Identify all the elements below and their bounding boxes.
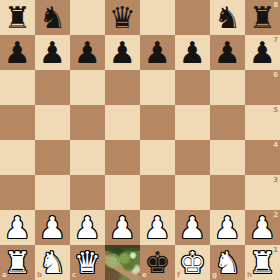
square-g4[interactable] bbox=[210, 140, 245, 175]
square-c7[interactable]: ♟ bbox=[70, 35, 105, 70]
square-c2[interactable]: ♟ bbox=[70, 210, 105, 245]
square-f1[interactable]: f♚ bbox=[175, 245, 210, 280]
square-a7[interactable]: ♟ bbox=[0, 35, 35, 70]
black-pawn-b7[interactable]: ♟ bbox=[35, 35, 70, 70]
black-pawn-e7[interactable]: ♟ bbox=[140, 35, 175, 70]
white-pawn-d2[interactable]: ♟ bbox=[105, 210, 140, 245]
black-knight-g8[interactable]: ♞ bbox=[210, 0, 245, 35]
white-pawn-f2[interactable]: ♟ bbox=[175, 210, 210, 245]
square-g3[interactable] bbox=[210, 175, 245, 210]
square-a2[interactable]: ♟ bbox=[0, 210, 35, 245]
square-d7[interactable]: ♟ bbox=[105, 35, 140, 70]
square-a3[interactable] bbox=[0, 175, 35, 210]
square-b2[interactable]: ♟ bbox=[35, 210, 70, 245]
square-d1[interactable]: d bbox=[105, 245, 140, 280]
square-e1[interactable]: e♚ bbox=[140, 245, 175, 280]
square-g6[interactable] bbox=[210, 70, 245, 105]
square-g5[interactable] bbox=[210, 105, 245, 140]
square-b1[interactable]: b♞ bbox=[35, 245, 70, 280]
square-g2[interactable]: ♟ bbox=[210, 210, 245, 245]
square-h2[interactable]: 2♟ bbox=[245, 210, 280, 245]
square-c6[interactable] bbox=[70, 70, 105, 105]
coordinate-rank-3: 3 bbox=[273, 176, 278, 184]
black-pawn-g7[interactable]: ♟ bbox=[210, 35, 245, 70]
square-h5[interactable]: 5 bbox=[245, 105, 280, 140]
square-e5[interactable] bbox=[140, 105, 175, 140]
square-d8[interactable]: ♛ bbox=[105, 0, 140, 35]
square-c5[interactable] bbox=[70, 105, 105, 140]
white-queen-c1[interactable]: ♛ bbox=[70, 245, 105, 280]
square-f4[interactable] bbox=[175, 140, 210, 175]
square-e4[interactable] bbox=[140, 140, 175, 175]
square-f3[interactable] bbox=[175, 175, 210, 210]
square-b8[interactable]: ♞ bbox=[35, 0, 70, 35]
square-h8[interactable]: 8♜ bbox=[245, 0, 280, 35]
white-pawn-c2[interactable]: ♟ bbox=[70, 210, 105, 245]
black-pawn-c7[interactable]: ♟ bbox=[70, 35, 105, 70]
square-e8[interactable] bbox=[140, 0, 175, 35]
square-f6[interactable] bbox=[175, 70, 210, 105]
coordinate-rank-6: 6 bbox=[273, 71, 278, 79]
chess-board: ♜♞♛♞8♜♟♟♟♟♟♟♟7♟6543♟♟♟♟♟♟♟2♟a♜b♞c♛de♚f♚g… bbox=[0, 0, 280, 280]
square-b5[interactable] bbox=[35, 105, 70, 140]
coordinate-rank-4: 4 bbox=[273, 141, 278, 149]
square-b3[interactable] bbox=[35, 175, 70, 210]
square-h7[interactable]: 7♟ bbox=[245, 35, 280, 70]
white-knight-g1[interactable]: ♞ bbox=[210, 245, 245, 280]
white-knight-b1[interactable]: ♞ bbox=[35, 245, 70, 280]
square-d4[interactable] bbox=[105, 140, 140, 175]
black-queen-d8[interactable]: ♛ bbox=[105, 0, 140, 35]
photo-tile-d1[interactable] bbox=[105, 245, 140, 280]
white-pawn-e2[interactable]: ♟ bbox=[140, 210, 175, 245]
square-e7[interactable]: ♟ bbox=[140, 35, 175, 70]
black-pawn-h7[interactable]: ♟ bbox=[245, 35, 280, 70]
square-a6[interactable] bbox=[0, 70, 35, 105]
white-rook-a1[interactable]: ♜ bbox=[0, 245, 35, 280]
square-b4[interactable] bbox=[35, 140, 70, 175]
black-rook-h8[interactable]: ♜ bbox=[245, 0, 280, 35]
black-knight-b8[interactable]: ♞ bbox=[35, 0, 70, 35]
square-e2[interactable]: ♟ bbox=[140, 210, 175, 245]
square-d6[interactable] bbox=[105, 70, 140, 105]
square-c4[interactable] bbox=[70, 140, 105, 175]
white-pawn-g2[interactable]: ♟ bbox=[210, 210, 245, 245]
square-b7[interactable]: ♟ bbox=[35, 35, 70, 70]
square-h3[interactable]: 3 bbox=[245, 175, 280, 210]
square-e6[interactable] bbox=[140, 70, 175, 105]
square-e3[interactable] bbox=[140, 175, 175, 210]
white-pawn-a2[interactable]: ♟ bbox=[0, 210, 35, 245]
square-c3[interactable] bbox=[70, 175, 105, 210]
square-d3[interactable] bbox=[105, 175, 140, 210]
square-f7[interactable]: ♟ bbox=[175, 35, 210, 70]
square-h1[interactable]: h1♜ bbox=[245, 245, 280, 280]
black-pawn-d7[interactable]: ♟ bbox=[105, 35, 140, 70]
square-a8[interactable]: ♜ bbox=[0, 0, 35, 35]
white-king-f1[interactable]: ♚ bbox=[175, 245, 210, 280]
square-d5[interactable] bbox=[105, 105, 140, 140]
black-pawn-a7[interactable]: ♟ bbox=[0, 35, 35, 70]
black-king-e1[interactable]: ♚ bbox=[140, 245, 175, 280]
square-d2[interactable]: ♟ bbox=[105, 210, 140, 245]
white-pawn-b2[interactable]: ♟ bbox=[35, 210, 70, 245]
white-rook-h1[interactable]: ♜ bbox=[245, 245, 280, 280]
square-g1[interactable]: g♞ bbox=[210, 245, 245, 280]
square-f2[interactable]: ♟ bbox=[175, 210, 210, 245]
coordinate-rank-5: 5 bbox=[273, 106, 278, 114]
square-g7[interactable]: ♟ bbox=[210, 35, 245, 70]
square-g8[interactable]: ♞ bbox=[210, 0, 245, 35]
square-a4[interactable] bbox=[0, 140, 35, 175]
square-f8[interactable] bbox=[175, 0, 210, 35]
square-b6[interactable] bbox=[35, 70, 70, 105]
black-rook-a8[interactable]: ♜ bbox=[0, 0, 35, 35]
black-pawn-f7[interactable]: ♟ bbox=[175, 35, 210, 70]
square-a1[interactable]: a♜ bbox=[0, 245, 35, 280]
square-h4[interactable]: 4 bbox=[245, 140, 280, 175]
square-a5[interactable] bbox=[0, 105, 35, 140]
square-f5[interactable] bbox=[175, 105, 210, 140]
square-c1[interactable]: c♛ bbox=[70, 245, 105, 280]
white-pawn-h2[interactable]: ♟ bbox=[245, 210, 280, 245]
square-c8[interactable] bbox=[70, 0, 105, 35]
square-h6[interactable]: 6 bbox=[245, 70, 280, 105]
